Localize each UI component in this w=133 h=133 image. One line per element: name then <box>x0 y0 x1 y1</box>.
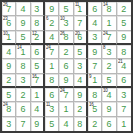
cell-digit: 8 <box>49 76 54 85</box>
cell-digit: 9 <box>63 76 68 85</box>
cell-digit: 8 <box>63 33 68 42</box>
cell-digit: 6 <box>92 5 97 14</box>
cell-r4c5[interactable]: 2 <box>59 45 73 59</box>
cell-r5c5[interactable]: 6 <box>59 59 73 73</box>
cell-digit: 4 <box>77 76 82 85</box>
cell-r2c7[interactable]: 4 <box>88 16 102 30</box>
cell-digit: 6 <box>77 33 82 42</box>
cell-r8c8[interactable]: 9 <box>102 102 116 116</box>
cell-digit: 8 <box>121 48 126 57</box>
cell-digit: 6 <box>20 105 25 114</box>
cell-digit: 9 <box>121 33 126 42</box>
cell-digit: 5 <box>121 19 126 28</box>
cell-digit: 9 <box>92 48 97 57</box>
cell-digit: 4 <box>106 91 111 100</box>
cell-digit: 5 <box>6 91 11 100</box>
cell-digit: 4 <box>6 48 11 57</box>
cell-r1c5[interactable]: 5 <box>59 2 73 16</box>
cell-digit: 8 <box>34 19 39 28</box>
cell-r4c3[interactable]: 6 <box>31 45 45 59</box>
cell-digit: 7 <box>6 5 11 14</box>
cell-r6c4[interactable]: 8 <box>45 74 59 88</box>
cell-digit: 7 <box>34 76 39 85</box>
cage-sum-clue: 8 <box>103 45 105 50</box>
sudoku-board: 2674395111614822369862103741510151224268… <box>0 0 133 133</box>
cell-r7c6[interactable]: 9 <box>74 88 88 102</box>
cage-sum-clue: 6 <box>46 16 48 21</box>
cell-r1c4[interactable]: 9 <box>45 2 59 16</box>
cell-digit: 1 <box>92 76 97 85</box>
cell-r2c4[interactable]: 62 <box>45 16 59 30</box>
cell-r8c1[interactable]: 248 <box>2 102 16 116</box>
cage-sum-clue: 9 <box>89 74 91 79</box>
cell-r3c7[interactable]: 3 <box>88 31 102 45</box>
cell-digit: 8 <box>92 91 97 100</box>
cell-r3c5[interactable]: 268 <box>59 31 73 45</box>
cell-r1c6[interactable]: 111 <box>74 2 88 16</box>
cell-r9c7[interactable]: 2 <box>88 117 102 131</box>
cell-r7c5[interactable]: 247 <box>59 88 73 102</box>
cell-digit: 4 <box>63 120 68 129</box>
cell-digit: 4 <box>49 33 54 42</box>
cell-digit: 3 <box>20 76 25 85</box>
cell-digit: 5 <box>92 105 97 114</box>
cell-r6c5[interactable]: 9 <box>59 74 73 88</box>
cell-r2c2[interactable]: 9 <box>16 16 30 30</box>
cell-digit: 1 <box>20 48 25 57</box>
cell-r2c1[interactable]: 236 <box>2 16 16 30</box>
cell-digit: 3 <box>34 5 39 14</box>
cell-digit: 6 <box>49 91 54 100</box>
cell-digit: 6 <box>121 76 126 85</box>
cell-digit: 9 <box>20 19 25 28</box>
cell-digit: 6 <box>6 19 11 28</box>
cell-r6c3[interactable]: 167 <box>31 74 45 88</box>
cell-digit: 2 <box>77 105 82 114</box>
cell-r6c7[interactable]: 91 <box>88 74 102 88</box>
cell-digit: 7 <box>121 105 126 114</box>
cell-digit: 5 <box>34 62 39 71</box>
cell-r1c2[interactable]: 4 <box>16 2 30 16</box>
cell-r4c7[interactable]: 9 <box>88 45 102 59</box>
cell-r9c8[interactable]: 6 <box>102 117 116 131</box>
cell-digit: 8 <box>77 120 82 129</box>
cell-r3c8[interactable]: 247 <box>102 31 116 45</box>
cell-r6c9[interactable]: 6 <box>117 74 131 88</box>
cell-r4c8[interactable]: 83 <box>102 45 116 59</box>
cell-digit: 7 <box>63 91 68 100</box>
cell-r5c4[interactable]: 1 <box>45 59 59 73</box>
cell-digit: 6 <box>63 62 68 71</box>
cell-r7c4[interactable]: 6 <box>45 88 59 102</box>
cell-digit: 9 <box>77 91 82 100</box>
cell-digit: 1 <box>106 19 111 28</box>
cell-digit: 5 <box>20 33 25 42</box>
cell-digit: 9 <box>106 105 111 114</box>
cell-r6c1[interactable]: 2 <box>2 74 16 88</box>
cell-r4c6[interactable]: 5 <box>74 45 88 59</box>
cell-r8c7[interactable]: 165 <box>88 102 102 116</box>
cell-r4c1[interactable]: 4 <box>2 45 16 59</box>
cell-r1c8[interactable]: 148 <box>102 2 116 16</box>
cell-r9c4[interactable]: 5 <box>45 117 59 131</box>
cell-digit: 2 <box>121 5 126 14</box>
cell-digit: 1 <box>6 33 11 42</box>
cell-r1c7[interactable]: 6 <box>88 2 102 16</box>
cell-r9c3[interactable]: 9 <box>31 117 45 131</box>
cell-r5c9[interactable]: 214 <box>117 59 131 73</box>
cell-r2c3[interactable]: 8 <box>31 16 45 30</box>
cell-r9c1[interactable]: 3 <box>2 117 16 131</box>
cell-r7c1[interactable]: 5 <box>2 88 16 102</box>
cell-r9c6[interactable]: 8 <box>74 117 88 131</box>
cell-r5c7[interactable]: 7 <box>88 59 102 73</box>
cell-r3c1[interactable]: 101 <box>2 31 16 45</box>
cell-r3c9[interactable]: 9 <box>117 31 131 45</box>
cell-digit: 5 <box>49 120 54 129</box>
cell-digit: 6 <box>106 120 111 129</box>
cell-r4c4[interactable]: 247 <box>45 45 59 59</box>
cell-digit: 3 <box>92 33 97 42</box>
cell-r3c2[interactable]: 5 <box>16 31 30 45</box>
cell-r7c9[interactable]: 3 <box>117 88 131 102</box>
cell-r1c9[interactable]: 2 <box>117 2 131 16</box>
cell-digit: 4 <box>121 62 126 71</box>
cell-r8c5[interactable]: 1 <box>59 102 73 116</box>
cell-r7c7[interactable]: 8 <box>88 88 102 102</box>
cell-digit: 2 <box>92 120 97 129</box>
cell-digit: 1 <box>77 5 82 14</box>
cell-r5c1[interactable]: 9 <box>2 59 16 73</box>
cell-r4c9[interactable]: 8 <box>117 45 131 59</box>
cell-digit: 9 <box>34 120 39 129</box>
cell-digit: 3 <box>77 62 82 71</box>
cell-digit: 3 <box>63 19 68 28</box>
cell-digit: 5 <box>77 48 82 57</box>
cell-r5c3[interactable]: 5 <box>31 59 45 73</box>
cell-r8c6[interactable]: 2 <box>74 102 88 116</box>
cell-r6c2[interactable]: 3 <box>16 74 30 88</box>
cell-digit: 3 <box>6 120 11 129</box>
cell-digit: 2 <box>34 33 39 42</box>
cell-r6c6[interactable]: 4 <box>74 74 88 88</box>
cell-r5c8[interactable]: 2 <box>102 59 116 73</box>
cell-digit: 2 <box>106 62 111 71</box>
cell-r4c2[interactable]: 141 <box>16 45 30 59</box>
cell-digit: 3 <box>49 105 54 114</box>
cell-digit: 2 <box>20 91 25 100</box>
cell-digit: 1 <box>34 91 39 100</box>
cell-digit: 7 <box>20 120 25 129</box>
cell-r8c4[interactable]: 113 <box>45 102 59 116</box>
cell-r2c9[interactable]: 5 <box>117 16 131 30</box>
cell-r2c8[interactable]: 1 <box>102 16 116 30</box>
cell-r5c6[interactable]: 3 <box>74 59 88 73</box>
cell-digit: 1 <box>121 120 126 129</box>
cell-r7c8[interactable]: 104 <box>102 88 116 102</box>
cell-digit: 4 <box>34 105 39 114</box>
cell-r8c2[interactable]: 6 <box>16 102 30 116</box>
cell-digit: 6 <box>34 48 39 57</box>
cell-r3c6[interactable]: 206 <box>74 31 88 45</box>
cell-digit: 4 <box>20 5 25 14</box>
cell-digit: 2 <box>49 19 54 28</box>
cell-r3c3[interactable]: 122 <box>31 31 45 45</box>
cell-digit: 2 <box>63 48 68 57</box>
cell-r5c2[interactable]: 8 <box>16 59 30 73</box>
cell-digit: 7 <box>106 33 111 42</box>
cell-r2c6[interactable]: 7 <box>74 16 88 30</box>
cell-digit: 7 <box>77 19 82 28</box>
cell-digit: 8 <box>106 5 111 14</box>
cell-digit: 7 <box>92 62 97 71</box>
cell-r8c3[interactable]: 4 <box>31 102 45 116</box>
cell-digit: 5 <box>106 76 111 85</box>
cell-digit: 9 <box>6 62 11 71</box>
cell-r3c4[interactable]: 4 <box>45 31 59 45</box>
cell-digit: 2 <box>6 76 11 85</box>
cell-r9c5[interactable]: 4 <box>59 117 73 131</box>
cell-digit: 8 <box>20 62 25 71</box>
cell-digit: 7 <box>49 48 54 57</box>
cell-digit: 5 <box>63 5 68 14</box>
cell-r1c1[interactable]: 267 <box>2 2 16 16</box>
cell-r7c2[interactable]: 2 <box>16 88 30 102</box>
cell-digit: 1 <box>63 105 68 114</box>
cell-digit: 4 <box>92 19 97 28</box>
cell-digit: 1 <box>49 62 54 71</box>
cell-digit: 3 <box>106 48 111 57</box>
cell-r7c3[interactable]: 1 <box>31 88 45 102</box>
cell-r2c5[interactable]: 103 <box>59 16 73 30</box>
cell-r9c9[interactable]: 1 <box>117 117 131 131</box>
cell-digit: 3 <box>121 91 126 100</box>
cell-r1c3[interactable]: 3 <box>31 2 45 16</box>
cell-digit: 9 <box>49 5 54 14</box>
cell-r6c8[interactable]: 5 <box>102 74 116 88</box>
cell-r9c2[interactable]: 7 <box>16 117 30 131</box>
cell-digit: 8 <box>6 105 11 114</box>
cell-r8c9[interactable]: 7 <box>117 102 131 116</box>
